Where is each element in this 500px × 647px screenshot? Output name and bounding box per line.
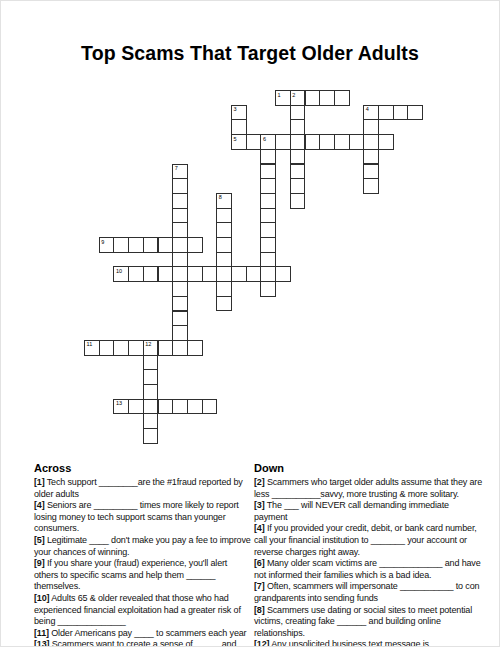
grid-cell[interactable]	[260, 222, 276, 238]
clue-number: [8]	[254, 605, 265, 615]
grid-cell[interactable]	[260, 149, 276, 165]
grid-cell[interactable]	[113, 340, 129, 356]
grid-cell[interactable]	[187, 266, 203, 282]
clue-number: [12]	[254, 639, 269, 647]
grid-cell[interactable]: 8	[216, 193, 232, 209]
grid-cell[interactable]	[187, 399, 203, 415]
grid-cell[interactable]	[128, 237, 144, 253]
clue-number: [3]	[254, 500, 265, 510]
grid-cell[interactable]: 10	[113, 266, 129, 282]
grid-cell[interactable]	[260, 266, 276, 282]
cell-number: 3	[234, 106, 237, 112]
grid-cell[interactable]	[143, 355, 159, 371]
grid-cell[interactable]	[172, 399, 188, 415]
clue-number: [4]	[254, 523, 265, 533]
grid-cell[interactable]	[143, 384, 159, 400]
grid-cell[interactable]	[143, 237, 159, 253]
grid-cell[interactable]	[216, 252, 232, 268]
grid-cell[interactable]: 4	[363, 105, 379, 121]
grid-cell[interactable]	[172, 281, 188, 297]
grid-cell[interactable]	[172, 222, 188, 238]
clue: [13] Scammers want to create a sense of …	[34, 639, 252, 647]
grid-cell[interactable]: 9	[99, 237, 115, 253]
clue: [2] Scammers who target older adults ass…	[254, 477, 484, 500]
grid-cell[interactable]: 1	[275, 90, 291, 106]
grid-cell[interactable]	[172, 311, 188, 327]
grid-cell[interactable]	[260, 193, 276, 209]
grid-cell[interactable]: 2	[290, 90, 306, 106]
grid-cell[interactable]	[158, 340, 174, 356]
grid-cell[interactable]	[113, 237, 129, 253]
grid-cell[interactable]	[172, 237, 188, 253]
clue: [10] Adults 65 & older revealed that tho…	[34, 593, 252, 628]
grid-cell[interactable]	[158, 237, 174, 253]
grid-cell[interactable]	[260, 252, 276, 268]
grid-cell[interactable]	[128, 266, 144, 282]
grid-cell[interactable]	[378, 105, 394, 121]
grid-cell[interactable]	[290, 193, 306, 209]
grid-cell[interactable]	[305, 134, 321, 150]
cell-number: 10	[116, 268, 122, 274]
grid-cell[interactable]	[143, 428, 159, 444]
grid-cell[interactable]	[143, 369, 159, 385]
clue-number: [4]	[34, 500, 45, 510]
grid-cell[interactable]	[172, 178, 188, 194]
cell-number: 6	[263, 136, 266, 142]
grid-cell[interactable]	[407, 105, 423, 121]
grid-cell[interactable]	[216, 266, 232, 282]
grid-cell[interactable]	[202, 266, 218, 282]
grid-cell[interactable]	[290, 134, 306, 150]
cell-number: 7	[175, 165, 178, 171]
down-clue-list: [2] Scammers who target older adults ass…	[254, 477, 484, 647]
grid-cell[interactable]	[172, 340, 188, 356]
grid-cell[interactable]	[187, 237, 203, 253]
grid-cell[interactable]	[363, 134, 379, 150]
across-clues-column: Across [1] Tech support ________are the …	[34, 462, 252, 647]
clue: [9] If you share your (fraud) experience…	[34, 558, 252, 593]
grid-cell[interactable]	[172, 325, 188, 341]
grid-cell[interactable]	[172, 193, 188, 209]
grid-cell[interactable]	[143, 266, 159, 282]
grid-cell[interactable]: 5	[231, 134, 247, 150]
across-heading: Across	[34, 462, 252, 474]
grid-cell[interactable]: 13	[113, 399, 129, 415]
cell-number: 4	[366, 106, 369, 112]
grid-cell[interactable]	[363, 178, 379, 194]
grid-cell[interactable]: 11	[84, 340, 100, 356]
grid-cell[interactable]	[319, 90, 335, 106]
grid-cell[interactable]	[216, 208, 232, 224]
grid-cell[interactable]	[143, 399, 159, 415]
grid-cell[interactable]	[290, 178, 306, 194]
grid-cell[interactable]	[378, 134, 394, 150]
clue-number: [10]	[34, 593, 49, 603]
cell-number: 11	[87, 341, 93, 347]
grid-cell[interactable]	[158, 266, 174, 282]
grid-cell[interactable]	[275, 134, 291, 150]
grid-cell[interactable]	[216, 296, 232, 312]
grid-cell[interactable]: 6	[260, 134, 276, 150]
grid-cell[interactable]	[246, 266, 262, 282]
clue-number: [7]	[254, 581, 265, 591]
grid-cell[interactable]	[246, 134, 262, 150]
grid-cell[interactable]	[290, 105, 306, 121]
grid-cell[interactable]	[290, 119, 306, 135]
grid-cell[interactable]	[260, 164, 276, 180]
cell-number: 9	[101, 239, 104, 245]
grid-cell[interactable]	[305, 90, 321, 106]
grid-cell[interactable]	[334, 134, 350, 150]
grid-cell[interactable]	[349, 134, 365, 150]
clue-number: [11]	[34, 628, 49, 638]
clue: [7] Often, scammers will impersonate ___…	[254, 581, 484, 604]
cell-number: 5	[234, 136, 237, 142]
clue: [4] If you provided your credit, debit, …	[254, 523, 484, 558]
grid-cell[interactable]	[319, 134, 335, 150]
clue-number: [2]	[254, 477, 265, 487]
cell-number: 12	[145, 341, 151, 347]
clue: [3] The ___ will NEVER call demanding im…	[254, 500, 484, 523]
grid-cell[interactable]	[231, 266, 247, 282]
grid-cell[interactable]	[202, 399, 218, 415]
clue: [1] Tech support ________are the #1fraud…	[34, 477, 252, 500]
cell-number: 1	[278, 92, 281, 98]
grid-cell[interactable]	[275, 266, 291, 282]
grid-cell[interactable]: 7	[172, 164, 188, 180]
across-clue-list: [1] Tech support ________are the #1fraud…	[34, 477, 252, 647]
clue-number: [13]	[34, 639, 49, 647]
clue-number: [1]	[34, 477, 45, 487]
cell-number: 13	[116, 400, 122, 406]
grid-cell[interactable]	[260, 237, 276, 253]
cell-number: 2	[292, 92, 295, 98]
grid-cell[interactable]	[216, 281, 232, 297]
grid-cell[interactable]	[143, 413, 159, 429]
clue-number: [6]	[254, 558, 265, 568]
grid-cell[interactable]	[128, 340, 144, 356]
clue-number: [5]	[34, 535, 45, 545]
grid-cell[interactable]	[172, 296, 188, 312]
grid-cell[interactable]	[187, 340, 203, 356]
grid-cell[interactable]	[363, 149, 379, 165]
grid-cell[interactable]	[290, 164, 306, 180]
clue-number: [9]	[34, 558, 45, 568]
grid-cell[interactable]	[260, 178, 276, 194]
cell-number: 8	[219, 194, 222, 200]
down-heading: Down	[254, 462, 484, 474]
grid-cell[interactable]	[172, 266, 188, 282]
clue: [5] Legitimate ____ don't make you pay a…	[34, 535, 252, 558]
clue: [6] Many older scam victims are ________…	[254, 558, 484, 581]
grid-cell[interactable]	[260, 281, 276, 297]
grid-cell[interactable]	[172, 252, 188, 268]
clue: [8] Scammers use dating or social sites …	[254, 605, 484, 640]
grid-cell[interactable]	[260, 208, 276, 224]
grid-cell[interactable]	[231, 119, 247, 135]
grid-cell[interactable]: 3	[231, 105, 247, 121]
down-clues-column: Down [2] Scammers who target older adult…	[254, 462, 484, 647]
grid-cell[interactable]	[158, 399, 174, 415]
grid-cell[interactable]	[393, 105, 409, 121]
clue: [12] Any unsolicited business text messa…	[254, 639, 484, 647]
grid-cell[interactable]	[363, 119, 379, 135]
grid-cell[interactable]	[290, 149, 306, 165]
grid-cell[interactable]	[128, 399, 144, 415]
grid-cell[interactable]	[334, 90, 350, 106]
grid-cell[interactable]	[172, 208, 188, 224]
grid-cell[interactable]	[216, 237, 232, 253]
grid-cell[interactable]	[216, 222, 232, 238]
grid-cell[interactable]	[363, 164, 379, 180]
page: Top Scams That Target Older Adults 12345…	[0, 0, 500, 647]
clue: [11] Older Americans pay ____ to scammer…	[34, 628, 252, 640]
grid-cell[interactable]	[99, 340, 115, 356]
clue: [4] Seniors are _________ times more lik…	[34, 500, 252, 535]
grid-cell[interactable]: 12	[143, 340, 159, 356]
